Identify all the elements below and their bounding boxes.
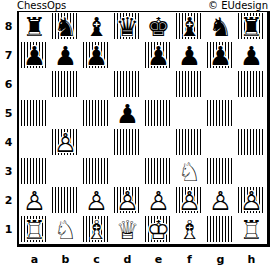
piece-outline-glyph: ♕ xyxy=(112,215,143,244)
piece-outline-glyph: ♙ xyxy=(174,186,205,215)
black-pawn[interactable]: ♟ xyxy=(236,41,267,70)
white-pawn[interactable]: ♟♙ xyxy=(19,186,50,215)
square-e3[interactable] xyxy=(143,157,174,186)
square-g6[interactable] xyxy=(205,70,236,99)
white-pawn[interactable]: ♟♙ xyxy=(112,186,143,215)
white-pawn[interactable]: ♟♙ xyxy=(174,186,205,215)
square-h7[interactable]: ♟ xyxy=(236,41,267,70)
piece-outline-glyph: ♖ xyxy=(19,215,50,244)
square-h3[interactable] xyxy=(236,157,267,186)
piece-outline-glyph: ♙ xyxy=(81,186,112,215)
square-h1[interactable]: ♜♖ xyxy=(236,215,267,244)
square-c4[interactable] xyxy=(81,128,112,157)
square-c3[interactable] xyxy=(81,157,112,186)
square-d5[interactable]: ♟ xyxy=(112,99,143,128)
file-label-g: g xyxy=(205,247,236,266)
black-pawn[interactable]: ♟ xyxy=(143,41,174,70)
square-e6[interactable] xyxy=(143,70,174,99)
file-label-h: h xyxy=(236,247,267,266)
square-f3[interactable]: ♞♘ xyxy=(174,157,205,186)
white-rook[interactable]: ♜♖ xyxy=(19,215,50,244)
black-pawn[interactable]: ♟ xyxy=(50,41,81,70)
rank-label-1: 1 xyxy=(0,215,17,244)
black-king[interactable]: ♚ xyxy=(143,12,174,41)
rank-label-6: 6 xyxy=(0,70,17,99)
black-pawn[interactable]: ♟ xyxy=(205,41,236,70)
app-title: ChessOps xyxy=(17,0,66,11)
square-e8[interactable]: ♚ xyxy=(143,12,174,41)
square-c5[interactable] xyxy=(81,99,112,128)
square-d7[interactable] xyxy=(112,41,143,70)
piece-outline-glyph: ♖ xyxy=(236,215,267,244)
white-rook[interactable]: ♜♖ xyxy=(236,215,267,244)
square-c8[interactable]: ♝ xyxy=(81,12,112,41)
file-label-e: e xyxy=(143,247,174,266)
square-d8[interactable]: ♛ xyxy=(112,12,143,41)
black-pawn[interactable]: ♟ xyxy=(112,99,143,128)
file-label-c: c xyxy=(81,247,112,266)
square-e2[interactable]: ♟♙ xyxy=(143,186,174,215)
rank-label-4: 4 xyxy=(0,128,17,157)
square-b7[interactable]: ♟ xyxy=(50,41,81,70)
white-knight[interactable]: ♞♘ xyxy=(174,157,205,186)
black-queen[interactable]: ♛ xyxy=(112,12,143,41)
rank-label-3: 3 xyxy=(0,157,17,186)
white-pawn[interactable]: ♟♙ xyxy=(50,128,81,157)
white-pawn[interactable]: ♟♙ xyxy=(143,186,174,215)
white-pawn[interactable]: ♟♙ xyxy=(205,186,236,215)
square-c6[interactable] xyxy=(81,70,112,99)
piece-outline-glyph: ♙ xyxy=(112,186,143,215)
black-knight[interactable]: ♞ xyxy=(50,12,81,41)
square-b5[interactable] xyxy=(50,99,81,128)
board-area: 87654321 ♜♞♝♛♚♝♞♜♟♟♟♟♟♟♟♟♟♙♞♘♟♙♟♙♟♙♟♙♟♙♟… xyxy=(0,12,270,247)
black-rook[interactable]: ♜ xyxy=(236,12,267,41)
square-e5[interactable] xyxy=(143,99,174,128)
square-g1[interactable] xyxy=(205,215,236,244)
square-a8[interactable]: ♜ xyxy=(19,12,50,41)
square-d4[interactable] xyxy=(112,128,143,157)
piece-fill-glyph: ♟ xyxy=(174,41,205,70)
piece-outline-glyph: ♙ xyxy=(50,128,81,157)
piece-fill-glyph: ♟ xyxy=(19,41,50,70)
square-b2[interactable] xyxy=(50,186,81,215)
square-b3[interactable] xyxy=(50,157,81,186)
piece-fill-glyph: ♜ xyxy=(236,12,267,41)
black-knight[interactable]: ♞ xyxy=(205,12,236,41)
rank-label-8: 8 xyxy=(0,12,17,41)
piece-fill-glyph: ♟ xyxy=(112,99,143,128)
white-pawn[interactable]: ♟♙ xyxy=(81,186,112,215)
white-queen[interactable]: ♛♕ xyxy=(112,215,143,244)
white-bishop[interactable]: ♝♗ xyxy=(81,215,112,244)
piece-fill-glyph: ♝ xyxy=(81,12,112,41)
credit-text: © EUdesign xyxy=(208,0,268,11)
file-label-d: d xyxy=(112,247,143,266)
square-c1[interactable]: ♝♗ xyxy=(81,215,112,244)
file-label-b: b xyxy=(50,247,81,266)
square-f1[interactable]: ♝♗ xyxy=(174,215,205,244)
square-c7[interactable]: ♟ xyxy=(81,41,112,70)
square-g7[interactable]: ♟ xyxy=(205,41,236,70)
square-a1[interactable]: ♜♖ xyxy=(19,215,50,244)
white-bishop[interactable]: ♝♗ xyxy=(174,215,205,244)
piece-fill-glyph: ♞ xyxy=(205,12,236,41)
piece-fill-glyph: ♜ xyxy=(19,12,50,41)
square-f5[interactable] xyxy=(174,99,205,128)
piece-fill-glyph: ♟ xyxy=(205,41,236,70)
piece-outline-glyph: ♙ xyxy=(19,186,50,215)
square-b1[interactable]: ♞♘ xyxy=(50,215,81,244)
square-a3[interactable] xyxy=(19,157,50,186)
piece-fill-glyph: ♟ xyxy=(81,41,112,70)
square-h5[interactable] xyxy=(236,99,267,128)
square-g4[interactable] xyxy=(205,128,236,157)
square-g8[interactable]: ♞ xyxy=(205,12,236,41)
piece-fill-glyph: ♝ xyxy=(174,12,205,41)
black-pawn[interactable]: ♟ xyxy=(81,41,112,70)
black-rook[interactable]: ♜ xyxy=(19,12,50,41)
piece-fill-glyph: ♟ xyxy=(236,41,267,70)
piece-fill-glyph: ♛ xyxy=(112,12,143,41)
piece-outline-glyph: ♙ xyxy=(236,186,267,215)
square-f7[interactable]: ♟ xyxy=(174,41,205,70)
square-f2[interactable]: ♟♙ xyxy=(174,186,205,215)
rank-label-2: 2 xyxy=(0,186,17,215)
piece-fill-glyph: ♞ xyxy=(50,12,81,41)
piece-fill-glyph: ♟ xyxy=(143,41,174,70)
square-e1[interactable]: ♚♔ xyxy=(143,215,174,244)
square-c2[interactable]: ♟♙ xyxy=(81,186,112,215)
square-a4[interactable] xyxy=(19,128,50,157)
square-b6[interactable] xyxy=(50,70,81,99)
black-pawn[interactable]: ♟ xyxy=(174,41,205,70)
square-a5[interactable] xyxy=(19,99,50,128)
square-f4[interactable] xyxy=(174,128,205,157)
square-f8[interactable]: ♝ xyxy=(174,12,205,41)
piece-outline-glyph: ♙ xyxy=(143,186,174,215)
white-pawn[interactable]: ♟♙ xyxy=(236,186,267,215)
piece-outline-glyph: ♙ xyxy=(205,186,236,215)
square-b8[interactable]: ♞ xyxy=(50,12,81,41)
black-bishop[interactable]: ♝ xyxy=(81,12,112,41)
square-a2[interactable]: ♟♙ xyxy=(19,186,50,215)
white-knight[interactable]: ♞♘ xyxy=(50,215,81,244)
piece-outline-glyph: ♘ xyxy=(174,157,205,186)
piece-fill-glyph: ♚ xyxy=(143,12,174,41)
piece-outline-glyph: ♗ xyxy=(174,215,205,244)
square-e7[interactable]: ♟ xyxy=(143,41,174,70)
square-d2[interactable]: ♟♙ xyxy=(112,186,143,215)
square-f6[interactable] xyxy=(174,70,205,99)
black-bishop[interactable]: ♝ xyxy=(174,12,205,41)
file-label-f: f xyxy=(174,247,205,266)
square-h8[interactable]: ♜ xyxy=(236,12,267,41)
square-a6[interactable] xyxy=(19,70,50,99)
chess-board[interactable]: ♜♞♝♛♚♝♞♜♟♟♟♟♟♟♟♟♟♙♞♘♟♙♟♙♟♙♟♙♟♙♟♙♟♙♜♖♞♘♝♗… xyxy=(17,12,270,247)
square-e4[interactable] xyxy=(143,128,174,157)
square-d3[interactable] xyxy=(112,157,143,186)
rank-label-7: 7 xyxy=(0,41,17,70)
square-h6[interactable] xyxy=(236,70,267,99)
square-g5[interactable] xyxy=(205,99,236,128)
piece-outline-glyph: ♗ xyxy=(81,215,112,244)
square-h2[interactable]: ♟♙ xyxy=(236,186,267,215)
rank-labels: 87654321 xyxy=(0,12,17,244)
piece-fill-glyph: ♟ xyxy=(50,41,81,70)
piece-outline-glyph: ♘ xyxy=(50,215,81,244)
square-h4[interactable] xyxy=(236,128,267,157)
rank-label-5: 5 xyxy=(0,99,17,128)
square-g3[interactable] xyxy=(205,157,236,186)
black-pawn[interactable]: ♟ xyxy=(19,41,50,70)
chessops-diagram: ChessOps © EUdesign 87654321 ♜♞♝♛♚♝♞♜♟♟♟… xyxy=(0,0,270,270)
square-d6[interactable] xyxy=(112,70,143,99)
piece-outline-glyph: ♔ xyxy=(143,215,174,244)
square-a7[interactable]: ♟ xyxy=(19,41,50,70)
file-labels: abcdefgh xyxy=(19,247,267,266)
header: ChessOps © EUdesign xyxy=(0,0,270,12)
square-g2[interactable]: ♟♙ xyxy=(205,186,236,215)
file-label-a: a xyxy=(19,247,50,266)
square-d1[interactable]: ♛♕ xyxy=(112,215,143,244)
white-king[interactable]: ♚♔ xyxy=(143,215,174,244)
square-b4[interactable]: ♟♙ xyxy=(50,128,81,157)
